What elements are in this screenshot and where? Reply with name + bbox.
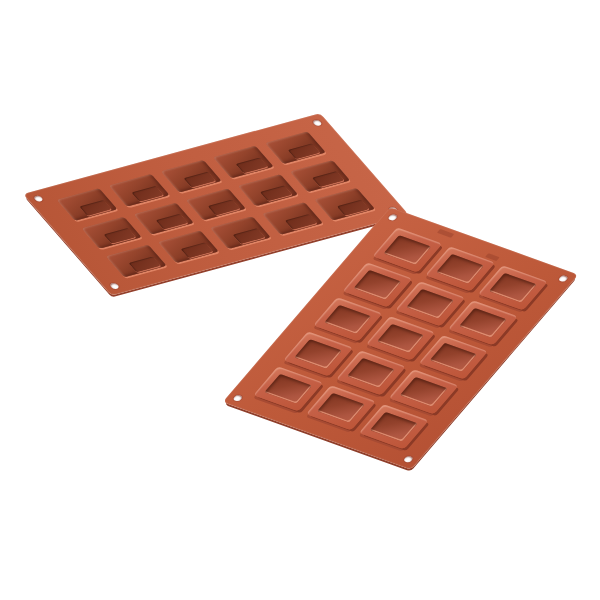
square-cavity — [290, 160, 351, 192]
bump-recess — [317, 393, 365, 423]
square-cavity — [314, 188, 375, 220]
cavity-step — [233, 228, 265, 244]
square-cavity — [265, 131, 326, 163]
square-bump — [418, 335, 488, 380]
square-cavity — [109, 174, 170, 206]
cavity-step — [104, 228, 136, 244]
square-bump — [478, 265, 548, 310]
square-cavity — [57, 188, 118, 220]
square-cavity — [210, 217, 271, 249]
square-cavity — [238, 174, 299, 206]
cavity-step — [131, 186, 163, 202]
bump-recess — [370, 412, 418, 442]
cavity-step — [260, 186, 292, 202]
square-cavity — [81, 217, 142, 249]
bump-recess — [400, 377, 448, 407]
square-cavity — [106, 245, 167, 277]
square-cavity — [262, 202, 323, 234]
square-cavity — [158, 231, 219, 263]
bump-recess — [324, 305, 372, 335]
cavity-step — [337, 200, 369, 216]
square-cavity — [186, 188, 247, 220]
cavity-step — [79, 200, 111, 216]
bump-recess — [377, 324, 425, 354]
bump-recess — [436, 254, 484, 284]
bump-recess — [407, 289, 455, 319]
square-bump — [389, 370, 459, 415]
cavity-step — [156, 214, 188, 230]
cavity-step — [208, 200, 240, 216]
bump-recess — [294, 339, 342, 369]
bump-recess — [489, 273, 537, 303]
square-bump — [448, 300, 518, 345]
cavity-step — [312, 171, 344, 187]
bump-recess — [264, 374, 312, 404]
product-photo — [0, 0, 600, 600]
square-bump — [359, 404, 429, 449]
cavity-step — [288, 143, 320, 159]
cavity-step — [285, 214, 317, 230]
cavity-step — [181, 242, 213, 258]
cavity-step — [235, 157, 267, 173]
square-cavity — [133, 202, 194, 234]
square-cavity — [213, 146, 274, 178]
bump-recess — [354, 270, 402, 300]
square-cavity — [161, 160, 222, 192]
bump-recess — [384, 235, 432, 265]
bump-recess — [430, 342, 478, 372]
cavity-step — [129, 257, 161, 273]
bump-recess — [347, 358, 395, 388]
bump-recess — [459, 308, 507, 338]
cavity-step — [183, 171, 215, 187]
